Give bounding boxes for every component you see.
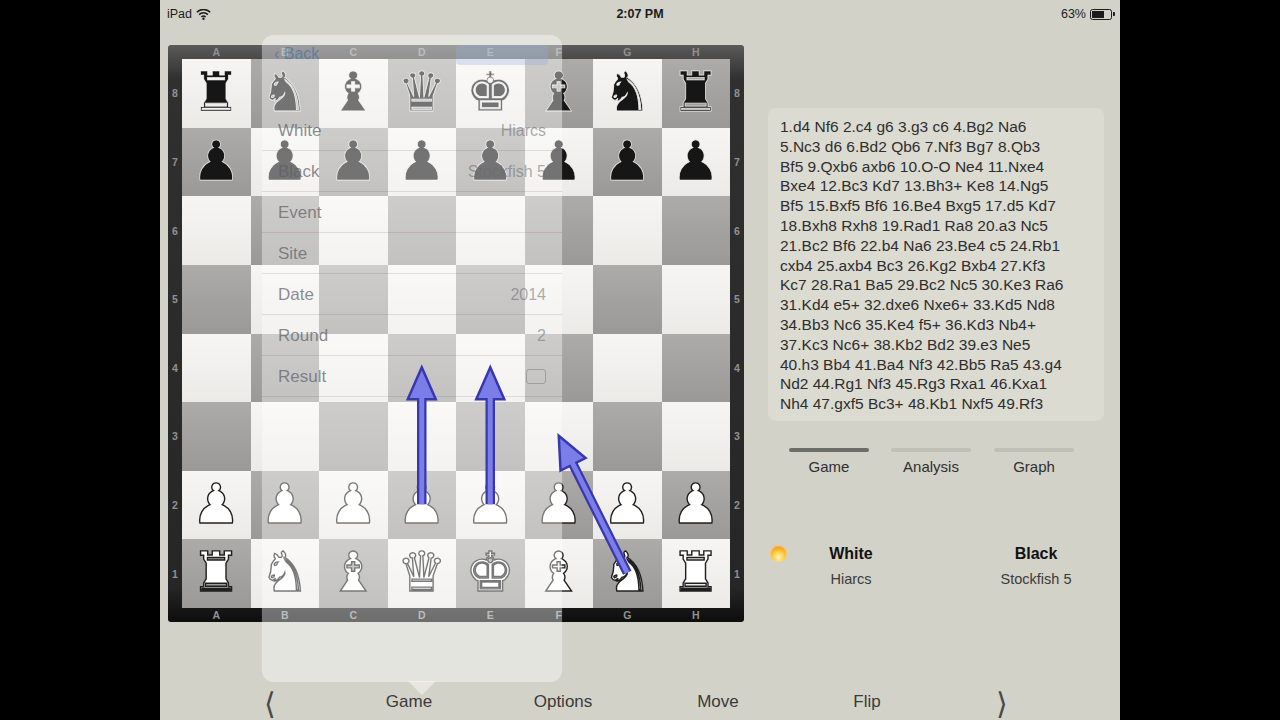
rank-label: 5 <box>730 293 744 305</box>
tab-analysis[interactable]: Analysis <box>891 448 971 482</box>
square-h6[interactable] <box>662 196 731 265</box>
field-label: White <box>278 110 321 150</box>
square-h2[interactable]: ♟ <box>662 471 731 540</box>
battery-icon <box>1090 9 1112 20</box>
status-bar: iPad 2:07 PM 63% <box>160 0 1120 28</box>
square-h3[interactable] <box>662 402 731 471</box>
rank-label: 3 <box>168 430 182 442</box>
toolbar-options-button[interactable]: Options <box>508 692 618 712</box>
square-h5[interactable] <box>662 265 731 334</box>
file-label: A <box>182 45 251 60</box>
toolbar-flip-button[interactable]: Flip <box>812 692 922 712</box>
moves-line: 40.h3 Bb4 41.Ba4 Nf3 42.Bb5 Ra5 43.g4 <box>780 355 1092 375</box>
white-label: White <box>785 545 917 563</box>
piece-black-pawn: ♟ <box>593 128 662 197</box>
square-g8[interactable]: ♞ <box>593 59 662 128</box>
field-row-white[interactable]: WhiteHiarcs <box>262 110 562 151</box>
moves-line: Bxe4 12.Bc3 Kd7 13.Bh3+ Ke8 14.Ng5 <box>780 176 1092 196</box>
toolbar-move-button[interactable]: Move <box>663 692 773 712</box>
square-a4[interactable] <box>182 334 251 403</box>
square-g5[interactable] <box>593 265 662 334</box>
moves-line: 21.Bc2 Bf6 22.b4 Na6 23.Be4 c5 24.Rb1 <box>780 236 1092 256</box>
moves-line: cxb4 25.axb4 Bc3 26.Kg2 Bxb4 27.Kf3 <box>780 256 1092 276</box>
field-row-event[interactable]: Event <box>262 192 562 233</box>
black-player-block: Black Stockfish 5 <box>970 545 1102 587</box>
square-a8[interactable]: ♜ <box>182 59 251 128</box>
next-chevron-icon[interactable]: ⟩ <box>996 686 1008 720</box>
field-label: Result <box>278 356 326 396</box>
rank-label: 1 <box>168 568 182 580</box>
square-h8[interactable]: ♜ <box>662 59 731 128</box>
file-label: G <box>593 608 662 622</box>
piece-white-pawn: ♟ <box>662 471 731 540</box>
piece-white-pawn: ♟ <box>182 471 251 540</box>
rank-labels-right: 87654321 <box>730 59 744 608</box>
field-value: 2 <box>537 315 546 355</box>
tab-analysis-indicator <box>891 448 971 452</box>
field-label: Round <box>278 315 328 355</box>
popover-notch <box>408 681 436 695</box>
piece-black-pawn: ♟ <box>182 128 251 197</box>
square-g7[interactable]: ♟ <box>593 128 662 197</box>
rank-label: 4 <box>168 362 182 374</box>
moves-line: 34.Bb3 Nc6 35.Ke4 f5+ 36.Kd3 Nb4+ <box>780 315 1092 335</box>
move-list-panel[interactable]: 1.d4 Nf6 2.c4 g6 3.g3 c6 4.Bg2 Na65.Nc3 … <box>768 108 1104 421</box>
square-g6[interactable] <box>593 196 662 265</box>
piece-white-rook: ♜ <box>182 539 251 608</box>
tab-graph-label: Graph <box>994 458 1074 475</box>
piece-black-pawn: ♟ <box>662 128 731 197</box>
rank-label: 4 <box>730 362 744 374</box>
moves-line: Bf5 9.Qxb6 axb6 10.O-O Ne4 11.Nxe4 <box>780 157 1092 177</box>
field-value: Hiarcs <box>501 110 546 150</box>
clock: 2:07 PM <box>160 7 1120 21</box>
moves-line: 1.d4 Nf6 2.c4 g6 3.g3 c6 4.Bg2 Na6 <box>780 117 1092 137</box>
rank-labels-left: 87654321 <box>168 59 182 608</box>
square-g4[interactable] <box>593 334 662 403</box>
square-a7[interactable]: ♟ <box>182 128 251 197</box>
piece-white-knight: ♞ <box>593 539 662 608</box>
bottom-toolbar: ⟨ Game Options Move Flip ⟩ <box>160 684 1120 720</box>
moves-line: Nh4 47.gxf5 Bc3+ 48.Kb1 Nxf5 49.Rf3 <box>780 394 1092 414</box>
file-label: H <box>662 608 731 622</box>
square-a2[interactable]: ♟ <box>182 471 251 540</box>
prev-chevron-icon[interactable]: ⟨ <box>264 686 276 720</box>
rank-label: 7 <box>168 156 182 168</box>
rank-label: 2 <box>168 499 182 511</box>
moves-line: 31.Kd4 e5+ 32.dxe6 Nxe6+ 33.Kd5 Nd8 <box>780 295 1092 315</box>
rank-label: 1 <box>730 568 744 580</box>
tab-graph[interactable]: Graph <box>994 448 1074 482</box>
moves-line: Nd2 44.Rg1 Nf3 45.Rg3 Rxa1 46.Kxa1 <box>780 374 1092 394</box>
square-h4[interactable] <box>662 334 731 403</box>
field-row-date[interactable]: Date2014 <box>262 274 562 315</box>
app-window: iPad 2:07 PM 63% ABCDEFGH ABCDEFGH 87654… <box>160 0 1120 720</box>
moves-line: Kc7 28.Ra1 Ba5 29.Bc2 Nc5 30.Ke3 Ra6 <box>780 275 1092 295</box>
file-label: H <box>662 45 731 60</box>
result-field-box <box>526 369 546 384</box>
rank-label: 6 <box>168 225 182 237</box>
rank-label: 5 <box>168 293 182 305</box>
field-row-round[interactable]: Round2 <box>262 315 562 356</box>
tab-graph-indicator <box>994 448 1074 452</box>
game-details-form: WhiteHiarcsBlackStockfish 5EventSiteDate… <box>262 110 562 397</box>
popover-action-area[interactable] <box>456 45 548 65</box>
field-value: Stockfish 5 <box>468 151 546 191</box>
rank-label: 6 <box>730 225 744 237</box>
tab-analysis-label: Analysis <box>891 458 971 475</box>
file-label: A <box>182 608 251 622</box>
file-label: G <box>593 45 662 60</box>
rank-label: 3 <box>730 430 744 442</box>
square-h7[interactable]: ♟ <box>662 128 731 197</box>
piece-black-rook: ♜ <box>182 59 251 128</box>
square-a3[interactable] <box>182 402 251 471</box>
tab-game-indicator <box>789 448 869 452</box>
field-label: Event <box>278 192 321 232</box>
piece-white-rook: ♜ <box>662 539 731 608</box>
white-player-block: White Hiarcs <box>785 545 917 587</box>
tab-game-label: Game <box>789 458 869 475</box>
square-a1[interactable]: ♜ <box>182 539 251 608</box>
square-a6[interactable] <box>182 196 251 265</box>
moves-line: 18.Bxh8 Rxh8 19.Rad1 Ra8 20.a3 Nc5 <box>780 216 1092 236</box>
piece-black-rook: ♜ <box>662 59 731 128</box>
field-row-black[interactable]: BlackStockfish 5 <box>262 151 562 192</box>
square-g3[interactable] <box>593 402 662 471</box>
battery-percent: 63% <box>1061 7 1086 21</box>
square-g2[interactable]: ♟ <box>593 471 662 540</box>
black-label: Black <box>970 545 1102 563</box>
square-h1[interactable]: ♜ <box>662 539 731 608</box>
field-label: Date <box>278 274 314 314</box>
square-a5[interactable] <box>182 265 251 334</box>
field-row-result[interactable]: Result <box>262 356 562 397</box>
field-label: Site <box>278 233 307 273</box>
piece-black-knight: ♞ <box>593 59 662 128</box>
rank-label: 8 <box>168 87 182 99</box>
white-player-name: Hiarcs <box>785 571 917 587</box>
square-g1[interactable]: ♞ <box>593 539 662 608</box>
rank-label: 2 <box>730 499 744 511</box>
piece-white-pawn: ♟ <box>593 471 662 540</box>
toolbar-game-button[interactable]: Game <box>354 692 464 712</box>
field-row-site[interactable]: Site <box>262 233 562 274</box>
rank-label: 7 <box>730 156 744 168</box>
rank-label: 8 <box>730 87 744 99</box>
black-player-name: Stockfish 5 <box>970 571 1102 587</box>
moves-line: Bf5 15.Bxf5 Bf6 16.Be4 Bxg5 17.d5 Kd7 <box>780 196 1092 216</box>
moves-line: 5.Nc3 d6 6.Bd2 Qb6 7.Nf3 Bg7 8.Qb3 <box>780 137 1092 157</box>
field-value: 2014 <box>510 274 546 314</box>
tab-game[interactable]: Game <box>789 448 869 482</box>
field-label: Black <box>278 151 320 191</box>
back-button[interactable]: ‹ Back <box>274 45 319 63</box>
game-details-popover[interactable]: ‹ Back WhiteHiarcsBlackStockfish 5EventS… <box>262 35 562 682</box>
moves-line: 37.Kc3 Nc6+ 38.Kb2 Bd2 39.e3 Ne5 <box>780 335 1092 355</box>
